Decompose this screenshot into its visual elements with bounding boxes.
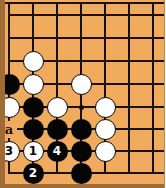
grid-line-v-5 xyxy=(128,3,130,174)
stone-number-1: 1 xyxy=(29,145,37,157)
stone-black-c3-r7 xyxy=(71,163,92,184)
stone-black-c2-r6: 4 xyxy=(47,141,68,162)
stone-black-c1-r7: 2 xyxy=(23,163,44,184)
stone-number-2: 2 xyxy=(29,167,37,179)
hoshi-point-0 xyxy=(79,105,84,110)
stone-white-c4-r5 xyxy=(95,119,116,140)
board-left-edge-shading xyxy=(0,0,5,188)
stone-white-c2-r4 xyxy=(47,97,68,118)
stone-white-c4-r4 xyxy=(95,97,116,118)
stone-white-c1-r3 xyxy=(23,74,44,95)
grid-line-h-0 xyxy=(8,14,165,16)
stone-black-c3-r6 xyxy=(71,141,92,162)
go-board: a3142 xyxy=(0,0,165,188)
stone-black-c3-r5 xyxy=(71,119,92,140)
stone-white-c1-r2 xyxy=(23,51,44,72)
grid-line-h-1 xyxy=(8,37,165,39)
stone-white-c3-r3 xyxy=(71,74,92,95)
stone-black-c1-r4 xyxy=(23,97,44,118)
stone-black-c2-r5 xyxy=(47,119,68,140)
board-bottom-edge-shading xyxy=(0,184,165,188)
stone-white-c4-r6 xyxy=(95,141,116,162)
stone-number-4: 4 xyxy=(53,145,61,157)
board-right-edge-shading xyxy=(164,0,166,188)
stone-white-c1-r6: 1 xyxy=(23,141,44,162)
stone-black-c1-r5 xyxy=(23,119,44,140)
grid-line-v-6 xyxy=(152,3,154,174)
diagram-top-border xyxy=(0,2,165,4)
stone-number-3: 3 xyxy=(5,145,13,157)
